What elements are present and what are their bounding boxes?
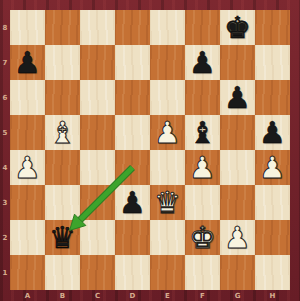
- square-h8[interactable]: [255, 10, 290, 45]
- square-e1[interactable]: [150, 255, 185, 290]
- white-pawn-f4[interactable]: ♟: [189, 150, 216, 185]
- white-pawn-h4[interactable]: ♟: [259, 150, 286, 185]
- rank-label-5: 5: [0, 115, 10, 150]
- white-pawn-a4[interactable]: ♟: [14, 150, 41, 185]
- square-d8[interactable]: [115, 10, 150, 45]
- black-pawn-f7[interactable]: ♟: [189, 45, 216, 80]
- square-f8[interactable]: [185, 10, 220, 45]
- square-f4[interactable]: ♟: [185, 150, 220, 185]
- black-queen-b2[interactable]: ♛: [49, 220, 76, 255]
- black-king-g8[interactable]: ♚: [224, 10, 251, 45]
- square-e5[interactable]: ♟: [150, 115, 185, 150]
- file-label-e: E: [150, 290, 185, 301]
- rank-labels: 87654321: [0, 10, 10, 290]
- rank-label-6: 6: [0, 80, 10, 115]
- black-pawn-g6[interactable]: ♟: [224, 80, 251, 115]
- square-h6[interactable]: [255, 80, 290, 115]
- square-g6[interactable]: ♟: [220, 80, 255, 115]
- rank-label-4: 4: [0, 150, 10, 185]
- rank-label-7: 7: [0, 45, 10, 80]
- square-f6[interactable]: [185, 80, 220, 115]
- square-a8[interactable]: [10, 10, 45, 45]
- square-f5[interactable]: ♝: [185, 115, 220, 150]
- white-bishop-b5[interactable]: ♝: [49, 115, 76, 150]
- file-label-f: F: [185, 290, 220, 301]
- square-d5[interactable]: [115, 115, 150, 150]
- square-b2[interactable]: ♛: [45, 220, 80, 255]
- rank-label-8: 8: [0, 10, 10, 45]
- square-b5[interactable]: ♝: [45, 115, 80, 150]
- square-f2[interactable]: ♚: [185, 220, 220, 255]
- square-e6[interactable]: [150, 80, 185, 115]
- square-c5[interactable]: [80, 115, 115, 150]
- chess-board: ♚♟♟♟♝♟♝♟♟♟♟♟♛♛♚♟: [10, 10, 290, 290]
- square-c4[interactable]: [80, 150, 115, 185]
- square-g7[interactable]: [220, 45, 255, 80]
- square-c2[interactable]: [80, 220, 115, 255]
- square-c3[interactable]: [80, 185, 115, 220]
- square-e2[interactable]: [150, 220, 185, 255]
- square-g1[interactable]: [220, 255, 255, 290]
- file-label-d: D: [115, 290, 150, 301]
- square-a3[interactable]: [10, 185, 45, 220]
- square-g4[interactable]: [220, 150, 255, 185]
- file-labels: ABCDEFGH: [10, 290, 290, 301]
- file-label-b: B: [45, 290, 80, 301]
- square-e3[interactable]: ♛: [150, 185, 185, 220]
- square-d3[interactable]: ♟: [115, 185, 150, 220]
- square-a6[interactable]: [10, 80, 45, 115]
- square-h5[interactable]: ♟: [255, 115, 290, 150]
- square-b1[interactable]: [45, 255, 80, 290]
- square-g8[interactable]: ♚: [220, 10, 255, 45]
- square-b4[interactable]: [45, 150, 80, 185]
- square-a2[interactable]: [10, 220, 45, 255]
- white-pawn-g2[interactable]: ♟: [224, 220, 251, 255]
- square-d2[interactable]: [115, 220, 150, 255]
- square-e4[interactable]: [150, 150, 185, 185]
- chess-board-diagram: 87654321 ABCDEFGH ♚♟♟♟♝♟♝♟♟♟♟♟♛♛♚♟: [0, 0, 300, 301]
- square-f7[interactable]: ♟: [185, 45, 220, 80]
- square-h7[interactable]: [255, 45, 290, 80]
- square-d4[interactable]: [115, 150, 150, 185]
- square-g2[interactable]: ♟: [220, 220, 255, 255]
- square-f3[interactable]: [185, 185, 220, 220]
- white-pawn-e5[interactable]: ♟: [154, 115, 181, 150]
- black-pawn-a7[interactable]: ♟: [14, 45, 41, 80]
- square-f1[interactable]: [185, 255, 220, 290]
- square-d1[interactable]: [115, 255, 150, 290]
- square-c1[interactable]: [80, 255, 115, 290]
- square-b6[interactable]: [45, 80, 80, 115]
- square-a1[interactable]: [10, 255, 45, 290]
- file-label-h: H: [255, 290, 290, 301]
- rank-label-1: 1: [0, 255, 10, 290]
- rank-label-2: 2: [0, 220, 10, 255]
- square-b7[interactable]: [45, 45, 80, 80]
- square-c8[interactable]: [80, 10, 115, 45]
- black-pawn-h5[interactable]: ♟: [259, 115, 286, 150]
- rank-label-3: 3: [0, 185, 10, 220]
- square-g3[interactable]: [220, 185, 255, 220]
- square-a4[interactable]: ♟: [10, 150, 45, 185]
- square-d6[interactable]: [115, 80, 150, 115]
- white-queen-e3[interactable]: ♛: [154, 185, 181, 220]
- square-g5[interactable]: [220, 115, 255, 150]
- file-label-c: C: [80, 290, 115, 301]
- square-c6[interactable]: [80, 80, 115, 115]
- square-h3[interactable]: [255, 185, 290, 220]
- square-h1[interactable]: [255, 255, 290, 290]
- square-b3[interactable]: [45, 185, 80, 220]
- white-king-f2[interactable]: ♚: [189, 220, 216, 255]
- square-a5[interactable]: [10, 115, 45, 150]
- square-d7[interactable]: [115, 45, 150, 80]
- square-e8[interactable]: [150, 10, 185, 45]
- square-h4[interactable]: ♟: [255, 150, 290, 185]
- square-e7[interactable]: [150, 45, 185, 80]
- file-label-a: A: [10, 290, 45, 301]
- black-pawn-d3[interactable]: ♟: [119, 185, 146, 220]
- square-b8[interactable]: [45, 10, 80, 45]
- square-a7[interactable]: ♟: [10, 45, 45, 80]
- black-bishop-f5[interactable]: ♝: [189, 115, 216, 150]
- file-label-g: G: [220, 290, 255, 301]
- square-h2[interactable]: [255, 220, 290, 255]
- square-c7[interactable]: [80, 45, 115, 80]
